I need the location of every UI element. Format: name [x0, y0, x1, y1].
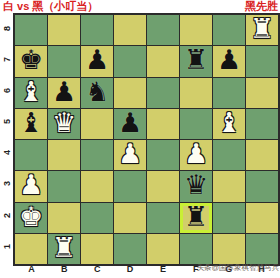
square-e7[interactable] [147, 46, 179, 76]
square-g6[interactable] [213, 78, 245, 108]
file-label-c: C [81, 264, 114, 274]
square-a3[interactable]: ♟ [15, 171, 47, 201]
square-d5[interactable]: ♟ [114, 109, 146, 139]
piece-white-pawn: ♟ [184, 140, 208, 167]
square-f7[interactable]: ♜ [180, 46, 212, 76]
square-e1[interactable] [147, 234, 179, 264]
piece-white-bishop: ♝ [217, 109, 241, 136]
square-g3[interactable] [213, 171, 245, 201]
piece-black-rook: ♜ [184, 46, 208, 73]
piece-black-knight: ♞ [85, 78, 109, 105]
piece-black-bishop: ♝ [19, 109, 43, 136]
piece-black-pawn: ♟ [85, 46, 109, 73]
square-b6[interactable]: ♟ [48, 78, 80, 108]
piece-white-rook: ♜ [52, 234, 76, 261]
square-d6[interactable] [114, 78, 146, 108]
square-b7[interactable] [48, 46, 80, 76]
square-h4[interactable] [246, 140, 278, 170]
square-b3[interactable] [48, 171, 80, 201]
piece-black-pawn: ♟ [217, 46, 241, 73]
file-label-a: A [15, 264, 48, 274]
square-b2[interactable] [48, 203, 80, 233]
piece-white-pawn: ♟ [19, 171, 43, 198]
square-h7[interactable] [246, 46, 278, 76]
square-c5[interactable] [81, 109, 113, 139]
square-a7[interactable]: ♚ [15, 46, 47, 76]
square-g2[interactable] [213, 203, 245, 233]
square-c8[interactable] [81, 15, 113, 45]
square-h3[interactable] [246, 171, 278, 201]
piece-white-rook: ♜ [250, 15, 274, 42]
square-e3[interactable] [147, 171, 179, 201]
piece-white-pawn: ♟ [118, 140, 142, 167]
square-c6[interactable]: ♞ [81, 78, 113, 108]
piece-white-king: ♚ [19, 203, 43, 230]
file-label-e: E [147, 264, 180, 274]
square-d1[interactable] [114, 234, 146, 264]
square-f6[interactable] [180, 78, 212, 108]
square-a1[interactable] [15, 234, 47, 264]
square-a6[interactable]: ♝ [15, 78, 47, 108]
square-g7[interactable]: ♟ [213, 46, 245, 76]
piece-white-queen: ♛ [52, 109, 76, 136]
side-to-move-label: 黑先胜 [245, 0, 280, 13]
square-d7[interactable] [114, 46, 146, 76]
square-a2[interactable]: ♚ [15, 203, 47, 233]
square-e2[interactable] [147, 203, 179, 233]
square-c2[interactable] [81, 203, 113, 233]
square-h2[interactable] [246, 203, 278, 233]
square-a5[interactable]: ♝ [15, 109, 47, 139]
piece-black-pawn: ♟ [118, 109, 142, 136]
board-area: 87654321 ♜♚♟♜♟♝♟♞♝♛♟♝♟♟♟♛♚♜♜ [0, 13, 280, 266]
square-b8[interactable] [48, 15, 80, 45]
piece-black-rook: ♜ [184, 203, 208, 230]
square-h8[interactable]: ♜ [246, 15, 278, 45]
square-b4[interactable] [48, 140, 80, 170]
chess-puzzle-screenshot: 白 vs 黑（小叮当） 黑先胜 87654321 ♜♚♟♜♟♝♟♞♝♛♟♝♟♟♟… [0, 0, 280, 278]
square-d2[interactable] [114, 203, 146, 233]
watermark: 头条@国际象棋智慧马兵 [196, 263, 279, 273]
square-g8[interactable] [213, 15, 245, 45]
square-f5[interactable] [180, 109, 212, 139]
square-g1[interactable] [213, 234, 245, 264]
square-f8[interactable] [180, 15, 212, 45]
square-e5[interactable] [147, 109, 179, 139]
piece-black-king: ♚ [19, 46, 43, 73]
square-c1[interactable] [81, 234, 113, 264]
match-title: 白 vs 黑（小叮当） [0, 0, 98, 13]
square-f2[interactable]: ♜ [180, 203, 212, 233]
square-b1[interactable]: ♜ [48, 234, 80, 264]
square-d8[interactable] [114, 15, 146, 45]
square-f1[interactable] [180, 234, 212, 264]
square-h1[interactable] [246, 234, 278, 264]
square-d3[interactable] [114, 171, 146, 201]
chess-board[interactable]: ♜♚♟♜♟♝♟♞♝♛♟♝♟♟♟♛♚♜♜ [13, 13, 280, 266]
square-f4[interactable]: ♟ [180, 140, 212, 170]
rank-labels: 87654321 [0, 13, 13, 266]
square-e8[interactable] [147, 15, 179, 45]
square-h6[interactable] [246, 78, 278, 108]
piece-black-queen: ♛ [184, 171, 208, 198]
piece-white-bishop: ♝ [19, 78, 43, 105]
square-c3[interactable] [81, 171, 113, 201]
square-a8[interactable] [15, 15, 47, 45]
square-c7[interactable]: ♟ [81, 46, 113, 76]
square-f3[interactable]: ♛ [180, 171, 212, 201]
square-c4[interactable] [81, 140, 113, 170]
piece-black-pawn: ♟ [52, 78, 76, 105]
square-e4[interactable] [147, 140, 179, 170]
square-h5[interactable] [246, 109, 278, 139]
square-e6[interactable] [147, 78, 179, 108]
file-label-b: B [48, 264, 81, 274]
square-b5[interactable]: ♛ [48, 109, 80, 139]
square-a4[interactable] [15, 140, 47, 170]
square-g4[interactable] [213, 140, 245, 170]
file-label-d: D [114, 264, 147, 274]
header-bar: 白 vs 黑（小叮当） 黑先胜 [0, 0, 280, 13]
square-d4[interactable]: ♟ [114, 140, 146, 170]
square-g5[interactable]: ♝ [213, 109, 245, 139]
